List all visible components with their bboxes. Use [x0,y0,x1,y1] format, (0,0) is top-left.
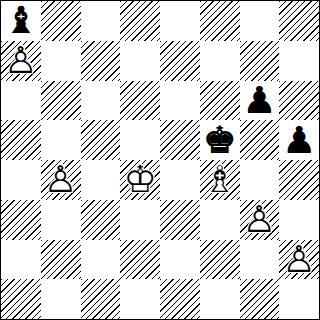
square-d3[interactable] [120,200,160,240]
square-g2[interactable] [240,240,280,280]
square-e7[interactable] [160,41,200,81]
square-f4[interactable]: ♝♗ [200,160,240,200]
square-d5[interactable] [120,120,160,160]
square-f2[interactable] [200,240,240,280]
square-g4[interactable] [240,160,280,200]
square-h8[interactable] [279,1,319,41]
square-b6[interactable] [41,81,81,121]
square-e8[interactable] [160,1,200,41]
square-h5[interactable]: ♟ [279,120,319,160]
black-king: ♚ [200,120,240,160]
white-pawn-glyph: ♙ [243,201,276,238]
square-h6[interactable] [279,81,319,121]
black-bishop-glyph: ♝ [4,2,37,39]
white-pawn-glyph: ♙ [283,241,316,278]
square-g6[interactable]: ♟ [240,81,280,121]
square-f3[interactable] [200,200,240,240]
square-d4[interactable]: ♚♔ [120,160,160,200]
square-c6[interactable] [81,81,121,121]
square-f1[interactable] [200,279,240,319]
black-pawn-glyph: ♟ [243,82,276,119]
white-king: ♚♔ [120,160,160,200]
square-g8[interactable] [240,1,280,41]
black-pawn: ♟ [240,81,280,121]
square-f5[interactable]: ♚ [200,120,240,160]
square-c7[interactable] [81,41,121,81]
black-bishop: ♝ [1,1,41,41]
square-d2[interactable] [120,240,160,280]
square-e5[interactable] [160,120,200,160]
black-king-glyph: ♚ [203,122,236,159]
square-b3[interactable] [41,200,81,240]
square-g7[interactable] [240,41,280,81]
white-bishop-glyph: ♗ [203,161,236,198]
square-h2[interactable]: ♟♙ [279,240,319,280]
square-h1[interactable] [279,279,319,319]
white-pawn: ♟♙ [279,240,319,280]
square-f8[interactable] [200,1,240,41]
square-e6[interactable] [160,81,200,121]
square-c3[interactable] [81,200,121,240]
square-c1[interactable] [81,279,121,319]
white-bishop: ♝♗ [200,160,240,200]
square-a3[interactable] [1,200,41,240]
square-a8[interactable]: ♝ [1,1,41,41]
square-a6[interactable] [1,81,41,121]
square-b2[interactable] [41,240,81,280]
square-f6[interactable] [200,81,240,121]
square-b1[interactable] [41,279,81,319]
square-g5[interactable] [240,120,280,160]
square-d1[interactable] [120,279,160,319]
square-c8[interactable] [81,1,121,41]
square-f7[interactable] [200,41,240,81]
square-b7[interactable] [41,41,81,81]
white-pawn-glyph: ♙ [4,42,37,79]
square-g3[interactable]: ♟♙ [240,200,280,240]
square-d6[interactable] [120,81,160,121]
square-a2[interactable] [1,240,41,280]
square-e2[interactable] [160,240,200,280]
square-b8[interactable] [41,1,81,41]
white-pawn: ♟♙ [41,160,81,200]
square-a7[interactable]: ♟♙ [1,41,41,81]
square-a4[interactable] [1,160,41,200]
chess-board: ♝♟♙♟♚♟♟♙♚♔♝♗♟♙♟♙ [0,0,320,320]
square-d8[interactable] [120,1,160,41]
white-pawn-glyph: ♙ [44,161,77,198]
black-pawn-glyph: ♟ [283,122,316,159]
square-e1[interactable] [160,279,200,319]
square-a5[interactable] [1,120,41,160]
square-c2[interactable] [81,240,121,280]
square-e4[interactable] [160,160,200,200]
square-h7[interactable] [279,41,319,81]
square-h3[interactable] [279,200,319,240]
white-king-glyph: ♔ [124,161,157,198]
square-b4[interactable]: ♟♙ [41,160,81,200]
square-e3[interactable] [160,200,200,240]
square-c5[interactable] [81,120,121,160]
white-pawn: ♟♙ [240,200,280,240]
square-d7[interactable] [120,41,160,81]
square-h4[interactable] [279,160,319,200]
square-a1[interactable] [1,279,41,319]
square-c4[interactable] [81,160,121,200]
black-pawn: ♟ [279,120,319,160]
square-b5[interactable] [41,120,81,160]
white-pawn: ♟♙ [1,41,41,81]
square-g1[interactable] [240,279,280,319]
